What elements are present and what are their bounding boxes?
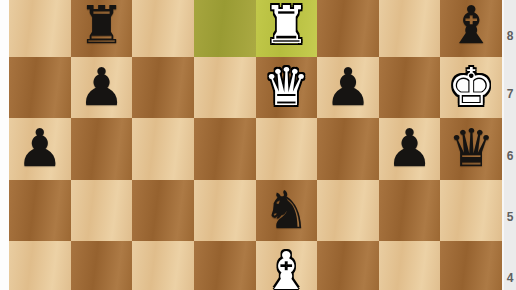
square-f6[interactable]	[317, 118, 379, 180]
square-h7[interactable]: ♚	[440, 57, 502, 119]
square-c6[interactable]	[132, 118, 194, 180]
square-g6[interactable]: ♟	[379, 118, 441, 180]
square-c4[interactable]	[132, 241, 194, 290]
square-d5[interactable]	[194, 180, 256, 242]
square-a7[interactable]	[9, 57, 71, 119]
rank-label-6: 6	[504, 150, 516, 162]
square-f5[interactable]	[317, 180, 379, 242]
rank-label-4: 4	[504, 272, 516, 284]
square-c5[interactable]	[132, 180, 194, 242]
piece-black-rook[interactable]: ♜	[78, 0, 125, 57]
piece-black-pawn[interactable]: ♟	[386, 118, 433, 180]
square-b6[interactable]	[71, 118, 133, 180]
square-b4[interactable]	[71, 241, 133, 290]
square-f8[interactable]	[317, 0, 379, 57]
square-d6[interactable]	[194, 118, 256, 180]
rank-coordinate-strip: 87654	[502, 0, 516, 290]
left-margin	[0, 0, 9, 290]
piece-white-bishop[interactable]: ♝	[263, 241, 310, 290]
piece-black-pawn[interactable]: ♟	[78, 57, 125, 119]
square-g8[interactable]	[379, 0, 441, 57]
square-a4[interactable]	[9, 241, 71, 290]
piece-white-king[interactable]: ♚	[448, 57, 495, 119]
square-f4[interactable]	[317, 241, 379, 290]
square-b5[interactable]	[71, 180, 133, 242]
square-h8[interactable]: ♝	[440, 0, 502, 57]
square-a6[interactable]: ♟	[9, 118, 71, 180]
square-h4[interactable]	[440, 241, 502, 290]
square-a5[interactable]	[9, 180, 71, 242]
square-h5[interactable]	[440, 180, 502, 242]
rank-label-7: 7	[504, 88, 516, 100]
video-frame: ♜♜♝♟♛♟♚♟♟♛♞♝ 87654	[0, 0, 516, 290]
piece-black-knight[interactable]: ♞	[263, 180, 310, 242]
piece-black-bishop[interactable]: ♝	[448, 0, 495, 57]
square-b8[interactable]: ♜	[71, 0, 133, 57]
square-e5[interactable]: ♞	[256, 180, 318, 242]
chess-board[interactable]: ♜♜♝♟♛♟♚♟♟♛♞♝	[9, 0, 502, 290]
square-c7[interactable]	[132, 57, 194, 119]
square-b7[interactable]: ♟	[71, 57, 133, 119]
square-f7[interactable]: ♟	[317, 57, 379, 119]
piece-black-pawn[interactable]: ♟	[17, 118, 64, 180]
rank-label-8: 8	[504, 30, 516, 42]
square-e4[interactable]: ♝	[256, 241, 318, 290]
square-d8[interactable]	[194, 0, 256, 57]
square-e8[interactable]: ♜	[256, 0, 318, 57]
square-d4[interactable]	[194, 241, 256, 290]
rank-label-5: 5	[504, 211, 516, 223]
square-e6[interactable]	[256, 118, 318, 180]
square-e7[interactable]: ♛	[256, 57, 318, 119]
square-g5[interactable]	[379, 180, 441, 242]
piece-white-rook[interactable]: ♜	[263, 0, 310, 57]
square-g4[interactable]	[379, 241, 441, 290]
piece-white-queen[interactable]: ♛	[263, 57, 310, 119]
square-g7[interactable]	[379, 57, 441, 119]
square-h6[interactable]: ♛	[440, 118, 502, 180]
square-c8[interactable]	[132, 0, 194, 57]
square-a8[interactable]	[9, 0, 71, 57]
square-d7[interactable]	[194, 57, 256, 119]
piece-black-queen[interactable]: ♛	[448, 118, 495, 180]
piece-black-pawn[interactable]: ♟	[325, 57, 372, 119]
